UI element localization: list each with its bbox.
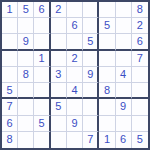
cell-r9c3[interactable] [34, 132, 50, 148]
cell-r6c1[interactable]: 5 [2, 83, 18, 99]
cell-r7c7[interactable] [99, 99, 115, 115]
cell-r4c1[interactable] [2, 51, 18, 67]
cell-r8c8[interactable] [116, 116, 132, 132]
cell-r8c9[interactable] [132, 116, 148, 132]
cell-r5c4[interactable]: 3 [51, 67, 67, 83]
cell-r5c1[interactable] [2, 67, 18, 83]
cell-r6c5[interactable]: 4 [67, 83, 83, 99]
cell-r1c1[interactable]: 1 [2, 2, 18, 18]
cell-r4c4[interactable] [51, 51, 67, 67]
cell-r1c9[interactable]: 8 [132, 2, 148, 18]
cell-r7c1[interactable]: 7 [2, 99, 18, 115]
cell-r3c6[interactable]: 5 [83, 34, 99, 50]
cell-r9c2[interactable] [18, 132, 34, 148]
cell-r7c6[interactable] [83, 99, 99, 115]
cell-r7c2[interactable] [18, 99, 34, 115]
cell-r5c7[interactable] [99, 67, 115, 83]
cell-r9c9[interactable]: 5 [132, 132, 148, 148]
cell-r7c4[interactable]: 5 [51, 99, 67, 115]
cell-r2c7[interactable]: 5 [99, 18, 115, 34]
sudoku-board: 15628652956127839454875965987165 [0, 0, 150, 150]
cell-r7c3[interactable] [34, 99, 50, 115]
cell-r9c6[interactable]: 7 [83, 132, 99, 148]
cell-r6c7[interactable]: 8 [99, 83, 115, 99]
cell-r6c8[interactable] [116, 83, 132, 99]
cell-r4c3[interactable]: 1 [34, 51, 50, 67]
cell-r1c2[interactable]: 5 [18, 2, 34, 18]
cell-r8c4[interactable] [51, 116, 67, 132]
cell-r3c7[interactable] [99, 34, 115, 50]
cell-r3c8[interactable] [116, 34, 132, 50]
cell-r8c6[interactable] [83, 116, 99, 132]
cell-r9c5[interactable] [67, 132, 83, 148]
cell-r8c1[interactable]: 6 [2, 116, 18, 132]
cell-r5c3[interactable] [34, 67, 50, 83]
cell-r6c3[interactable] [34, 83, 50, 99]
cell-r3c5[interactable] [67, 34, 83, 50]
cell-r8c5[interactable]: 9 [67, 116, 83, 132]
cell-r8c3[interactable]: 5 [34, 116, 50, 132]
cell-r5c2[interactable]: 8 [18, 67, 34, 83]
cell-r9c8[interactable]: 6 [116, 132, 132, 148]
cell-r7c8[interactable]: 9 [116, 99, 132, 115]
cell-r5c9[interactable] [132, 67, 148, 83]
cell-r3c2[interactable]: 9 [18, 34, 34, 50]
cell-r8c2[interactable] [18, 116, 34, 132]
cell-r2c3[interactable] [34, 18, 50, 34]
cell-r7c5[interactable] [67, 99, 83, 115]
cell-r4c6[interactable] [83, 51, 99, 67]
cell-r1c8[interactable] [116, 2, 132, 18]
cell-r6c2[interactable] [18, 83, 34, 99]
cell-r6c6[interactable] [83, 83, 99, 99]
cell-r1c6[interactable] [83, 2, 99, 18]
cell-r8c7[interactable] [99, 116, 115, 132]
cell-r4c7[interactable] [99, 51, 115, 67]
cell-r5c8[interactable]: 4 [116, 67, 132, 83]
cell-r4c8[interactable] [116, 51, 132, 67]
cell-r2c2[interactable] [18, 18, 34, 34]
cell-r3c4[interactable] [51, 34, 67, 50]
cell-r1c5[interactable] [67, 2, 83, 18]
cell-r2c4[interactable] [51, 18, 67, 34]
cell-r6c4[interactable] [51, 83, 67, 99]
cell-r2c9[interactable]: 2 [132, 18, 148, 34]
cell-r2c5[interactable]: 6 [67, 18, 83, 34]
cell-r1c3[interactable]: 6 [34, 2, 50, 18]
cell-r5c5[interactable] [67, 67, 83, 83]
cell-r7c9[interactable] [132, 99, 148, 115]
cell-r3c3[interactable] [34, 34, 50, 50]
cell-r1c4[interactable]: 2 [51, 2, 67, 18]
cell-r1c7[interactable] [99, 2, 115, 18]
cell-r9c7[interactable]: 1 [99, 132, 115, 148]
cell-r5c6[interactable]: 9 [83, 67, 99, 83]
cell-r4c2[interactable] [18, 51, 34, 67]
cell-r6c9[interactable] [132, 83, 148, 99]
cell-r9c1[interactable]: 8 [2, 132, 18, 148]
cell-r4c5[interactable]: 2 [67, 51, 83, 67]
cell-r3c1[interactable] [2, 34, 18, 50]
cell-r2c6[interactable] [83, 18, 99, 34]
cell-r2c1[interactable] [2, 18, 18, 34]
cell-r3c9[interactable]: 6 [132, 34, 148, 50]
cell-r2c8[interactable] [116, 18, 132, 34]
cell-r4c9[interactable]: 7 [132, 51, 148, 67]
cell-r9c4[interactable] [51, 132, 67, 148]
